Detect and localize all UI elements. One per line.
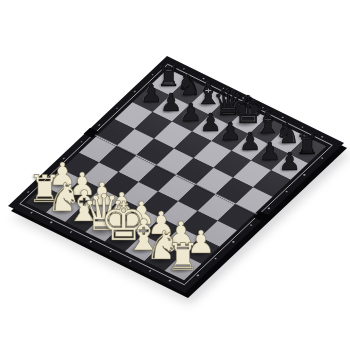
- coordinate-mark: [30, 211, 33, 213]
- piece-black-pawn[interactable]: ♟: [219, 121, 241, 146]
- coordinate-mark: [321, 136, 324, 138]
- coordinate-mark: [149, 270, 152, 272]
- coordinate-mark: [80, 141, 83, 143]
- coordinate-mark: [232, 241, 235, 243]
- coordinate-mark: [303, 174, 306, 176]
- coordinate-mark: [151, 74, 154, 76]
- coordinate-mark: [169, 280, 172, 282]
- coordinate-mark: [50, 221, 53, 223]
- piece-black-pawn[interactable]: ♟: [160, 92, 182, 117]
- coordinate-mark: [115, 107, 118, 109]
- coordinate-mark: [70, 231, 73, 233]
- piece-black-pawn[interactable]: ♟: [279, 150, 301, 175]
- coordinate-mark: [250, 224, 253, 226]
- piece-white-rook[interactable]: ♜: [166, 239, 200, 276]
- product-photo-background: ♜♞♟♝♟♛♟♚♟♝♟♞♟♜♟♟♟♟♜♟♞♟♝♟♛♟♚♟♝♟♞♜: [0, 0, 350, 350]
- coordinate-mark: [285, 191, 288, 193]
- coordinate-mark: [267, 207, 270, 209]
- piece-black-pawn[interactable]: ♟: [259, 140, 281, 165]
- piece-black-pawn[interactable]: ♟: [199, 111, 221, 136]
- piece-black-pawn[interactable]: ♟: [239, 131, 261, 156]
- coordinate-mark: [133, 90, 136, 92]
- coordinate-mark: [98, 124, 101, 126]
- piece-black-pawn[interactable]: ♟: [180, 101, 202, 126]
- coordinate-mark: [129, 260, 132, 262]
- piece-black-pawn[interactable]: ♟: [140, 82, 162, 107]
- coordinate-mark: [321, 157, 324, 159]
